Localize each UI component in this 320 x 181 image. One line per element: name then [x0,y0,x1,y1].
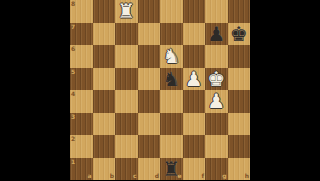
square-b4[interactable] [93,90,116,113]
square-g1[interactable]: g [205,158,228,181]
square-d5[interactable] [138,68,161,91]
letterbox-right [250,0,320,180]
black-knight[interactable]: ♞ [162,69,180,89]
square-h2[interactable] [228,135,251,158]
square-g3[interactable] [205,113,228,136]
square-c6[interactable] [115,45,138,68]
file-label-g: g [222,173,226,179]
white-knight[interactable]: ♞ [162,46,180,66]
black-rook[interactable]: ♜ [162,159,180,179]
square-d2[interactable] [138,135,161,158]
square-b3[interactable] [93,113,116,136]
square-h6[interactable] [228,45,251,68]
square-d8[interactable] [138,0,161,23]
square-g7[interactable]: ♟ [205,23,228,46]
square-d7[interactable] [138,23,161,46]
white-pawn[interactable]: ♟ [185,69,203,89]
square-e8[interactable] [160,0,183,23]
video-frame: 8♜7♟♚6♞5♞♟♚4♟321abcde♜fgh [0,0,320,180]
square-d1[interactable]: d [138,158,161,181]
square-b2[interactable] [93,135,116,158]
square-h4[interactable] [228,90,251,113]
square-f4[interactable] [183,90,206,113]
square-g5[interactable]: ♚ [205,68,228,91]
square-c4[interactable] [115,90,138,113]
rank-label-7: 7 [71,24,75,30]
square-g4[interactable]: ♟ [205,90,228,113]
file-label-f: f [201,173,204,179]
rank-label-5: 5 [71,69,75,75]
square-a2[interactable]: 2 [70,135,93,158]
square-e5[interactable]: ♞ [160,68,183,91]
square-f1[interactable]: f [183,158,206,181]
square-g2[interactable] [205,135,228,158]
rank-label-4: 4 [71,91,75,97]
rank-label-1: 1 [71,159,75,165]
file-label-a: a [87,173,91,179]
file-label-c: c [133,173,137,179]
square-f8[interactable] [183,0,206,23]
square-g8[interactable] [205,0,228,23]
square-f2[interactable] [183,135,206,158]
square-c5[interactable] [115,68,138,91]
black-pawn[interactable]: ♟ [207,24,225,44]
square-a7[interactable]: 7 [70,23,93,46]
square-f3[interactable] [183,113,206,136]
square-e7[interactable] [160,23,183,46]
chess-board: 8♜7♟♚6♞5♞♟♚4♟321abcde♜fgh [70,0,250,180]
square-d3[interactable] [138,113,161,136]
square-d6[interactable] [138,45,161,68]
square-b1[interactable]: b [93,158,116,181]
rank-label-6: 6 [71,46,75,52]
white-rook[interactable]: ♜ [117,1,135,21]
square-g6[interactable] [205,45,228,68]
square-f7[interactable] [183,23,206,46]
square-a3[interactable]: 3 [70,113,93,136]
white-king[interactable]: ♚ [207,69,225,89]
square-a6[interactable]: 6 [70,45,93,68]
square-h8[interactable] [228,0,251,23]
square-c8[interactable]: ♜ [115,0,138,23]
black-king[interactable]: ♚ [230,24,248,44]
square-a8[interactable]: 8 [70,0,93,23]
square-b5[interactable] [93,68,116,91]
file-label-h: h [245,173,249,179]
square-a1[interactable]: 1a [70,158,93,181]
square-c1[interactable]: c [115,158,138,181]
square-h7[interactable]: ♚ [228,23,251,46]
square-a4[interactable]: 4 [70,90,93,113]
square-f5[interactable]: ♟ [183,68,206,91]
square-c2[interactable] [115,135,138,158]
white-pawn[interactable]: ♟ [207,91,225,111]
letterbox-left [0,0,70,180]
square-f6[interactable] [183,45,206,68]
rank-label-8: 8 [71,1,75,7]
square-h5[interactable] [228,68,251,91]
square-b8[interactable] [93,0,116,23]
square-e6[interactable]: ♞ [160,45,183,68]
square-c3[interactable] [115,113,138,136]
square-h3[interactable] [228,113,251,136]
square-b7[interactable] [93,23,116,46]
rank-label-2: 2 [71,136,75,142]
square-d4[interactable] [138,90,161,113]
square-b6[interactable] [93,45,116,68]
square-h1[interactable]: h [228,158,251,181]
square-e4[interactable] [160,90,183,113]
square-e3[interactable] [160,113,183,136]
square-e2[interactable] [160,135,183,158]
file-label-d: d [155,173,159,179]
square-c7[interactable] [115,23,138,46]
square-e1[interactable]: e♜ [160,158,183,181]
square-a5[interactable]: 5 [70,68,93,91]
file-label-b: b [110,173,114,179]
rank-label-3: 3 [71,114,75,120]
